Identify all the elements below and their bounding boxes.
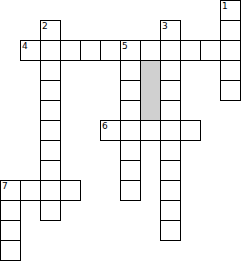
grid-cell[interactable]: [60, 40, 81, 61]
grid-cell[interactable]: [180, 40, 201, 61]
grid-cell[interactable]: [140, 40, 161, 61]
grid-cell[interactable]: [120, 60, 141, 81]
grid-cell[interactable]: [160, 20, 181, 41]
grid-cell[interactable]: [160, 100, 181, 121]
grid-cell[interactable]: [40, 60, 61, 81]
grid-cell[interactable]: [120, 180, 141, 201]
grid-cell[interactable]: [60, 180, 81, 201]
grid-cell[interactable]: [160, 220, 181, 241]
grid-cell[interactable]: [40, 100, 61, 121]
grid-cell[interactable]: [120, 140, 141, 161]
shaded-region: [140, 60, 161, 121]
grid-cell[interactable]: [20, 40, 41, 61]
grid-cell[interactable]: [200, 40, 221, 61]
grid-cell[interactable]: [220, 80, 241, 101]
grid-cell[interactable]: [40, 40, 61, 61]
grid-cell[interactable]: [160, 200, 181, 221]
grid-cell[interactable]: [180, 120, 201, 141]
grid-cell[interactable]: [160, 40, 181, 61]
grid-cell[interactable]: [40, 120, 61, 141]
grid-cell[interactable]: [120, 80, 141, 101]
grid-cell[interactable]: [40, 140, 61, 161]
grid-cell[interactable]: [160, 140, 181, 161]
grid-cell[interactable]: [0, 200, 21, 221]
grid-cell[interactable]: [120, 120, 141, 141]
grid-cell[interactable]: [40, 180, 61, 201]
grid-cell[interactable]: [140, 120, 161, 141]
grid-cell[interactable]: [160, 160, 181, 181]
grid-cell[interactable]: [160, 80, 181, 101]
grid-cell[interactable]: [100, 40, 121, 61]
grid-cell[interactable]: [40, 200, 61, 221]
grid-cell[interactable]: [120, 40, 141, 61]
grid-cell[interactable]: [80, 40, 101, 61]
grid-cell[interactable]: [40, 20, 61, 41]
grid-cell[interactable]: [160, 120, 181, 141]
grid-cell[interactable]: [20, 180, 41, 201]
crossword-grid: 1234567: [0, 0, 241, 261]
grid-cell[interactable]: [160, 60, 181, 81]
grid-cell[interactable]: [220, 40, 241, 61]
grid-cell[interactable]: [0, 180, 21, 201]
grid-cell[interactable]: [0, 220, 21, 241]
grid-cell[interactable]: [120, 100, 141, 121]
grid-cell[interactable]: [40, 80, 61, 101]
grid-cell[interactable]: [0, 240, 21, 261]
grid-cell[interactable]: [220, 20, 241, 41]
grid-cell[interactable]: [220, 60, 241, 81]
grid-cell[interactable]: [160, 180, 181, 201]
grid-cell[interactable]: [120, 160, 141, 181]
grid-cell[interactable]: [40, 160, 61, 181]
grid-cell[interactable]: [100, 120, 121, 141]
grid-cell[interactable]: [220, 0, 241, 21]
